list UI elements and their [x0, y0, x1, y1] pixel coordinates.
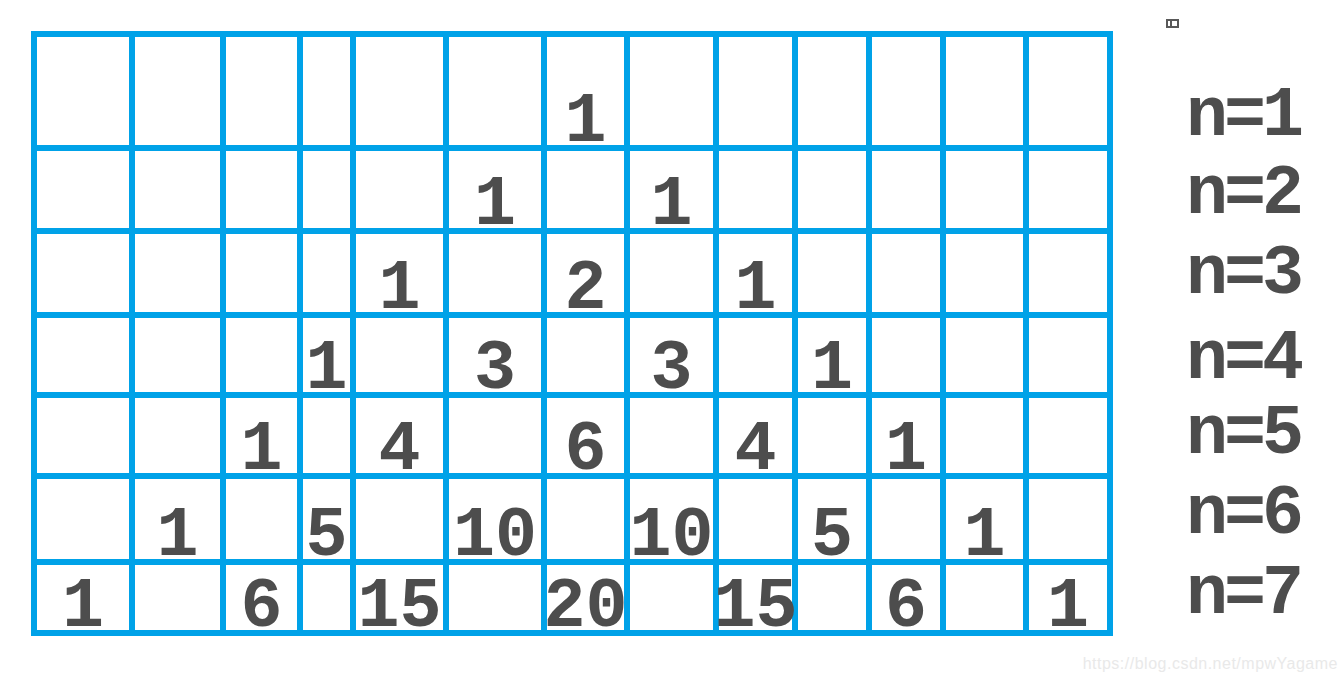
- grid-cell-r1c5: [356, 37, 443, 145]
- grid-cell-r7c10: [798, 565, 866, 630]
- grid-cell-r4c12: [946, 318, 1023, 392]
- cell-value: 3: [474, 341, 516, 398]
- grid-cell-r4c9: [719, 318, 792, 392]
- grid-cell-r3c7: 2: [547, 234, 624, 312]
- cell-value: 1: [564, 94, 606, 151]
- grid-cell-r5c8: [630, 398, 713, 473]
- grid-cell-r3c11: [872, 234, 940, 312]
- grid-cell-r2c13: [1029, 151, 1107, 228]
- grid-cell-r4c6: 3: [449, 318, 541, 392]
- grid-cell-r6c2: 1: [135, 479, 220, 559]
- grid-cell-r7c3: 6: [226, 565, 297, 630]
- cell-value: 10: [453, 508, 537, 565]
- cell-value: 4: [734, 422, 776, 479]
- grid-cell-r1c4: [303, 37, 350, 145]
- grid-cell-r4c11: [872, 318, 940, 392]
- row-labels: n=1n=2n=3n=4n=5n=6n=7: [1186, 0, 1343, 687]
- grid-cell-r1c11: [872, 37, 940, 145]
- cell-value: 1: [62, 579, 104, 636]
- grid-cell-r6c11: [872, 479, 940, 559]
- grid-cell-r5c12: [946, 398, 1023, 473]
- cell-value: 1: [885, 422, 927, 479]
- grid-cell-r7c1: 1: [37, 565, 129, 630]
- grid-cell-r3c3: [226, 234, 297, 312]
- grid-cell-r7c12: [946, 565, 1023, 630]
- row-label-n1: n=1: [1186, 89, 1300, 145]
- cell-value: 5: [811, 508, 853, 565]
- pascal-grid: 111121133114641151010511615201561: [31, 31, 1113, 636]
- grid-cell-r5c7: 6: [547, 398, 624, 473]
- row-label-n7: n=7: [1186, 567, 1300, 623]
- grid-cell-r4c2: [135, 318, 220, 392]
- grid-cell-r3c8: [630, 234, 713, 312]
- row-label-n6: n=6: [1186, 487, 1300, 543]
- cell-value: 1: [156, 508, 198, 565]
- cell-value: 10: [630, 508, 714, 565]
- cell-value: 6: [564, 422, 606, 479]
- grid-cell-r3c12: [946, 234, 1023, 312]
- cell-value: 1: [305, 341, 347, 398]
- window-icon: [1166, 19, 1179, 28]
- grid-cell-r1c9: [719, 37, 792, 145]
- row-label-n5: n=5: [1186, 407, 1300, 463]
- grid-cell-r1c13: [1029, 37, 1107, 145]
- grid-cell-r2c12: [946, 151, 1023, 228]
- grid-cell-r3c10: [798, 234, 866, 312]
- grid-cell-r5c11: 1: [872, 398, 940, 473]
- grid-cell-r5c13: [1029, 398, 1107, 473]
- grid-cell-r6c1: [37, 479, 129, 559]
- cell-value: 1: [650, 177, 692, 234]
- grid-cell-r2c4: [303, 151, 350, 228]
- grid-cell-r2c2: [135, 151, 220, 228]
- grid-cell-r3c9: 1: [719, 234, 792, 312]
- grid-cell-r3c5: 1: [356, 234, 443, 312]
- grid-cell-r7c9: 15: [719, 565, 792, 630]
- cell-value: 1: [240, 422, 282, 479]
- grid-cell-r2c5: [356, 151, 443, 228]
- cell-value: 1: [963, 508, 1005, 565]
- grid-cell-r5c4: [303, 398, 350, 473]
- grid-cell-r1c2: [135, 37, 220, 145]
- cell-value: 3: [650, 341, 692, 398]
- cell-value: 15: [357, 579, 441, 636]
- grid-cell-r7c5: 15: [356, 565, 443, 630]
- grid-cell-r7c8: [630, 565, 713, 630]
- grid-cell-r2c9: [719, 151, 792, 228]
- grid-cell-r3c4: [303, 234, 350, 312]
- grid-cell-r5c1: [37, 398, 129, 473]
- cell-value: 6: [240, 579, 282, 636]
- grid-cell-r1c10: [798, 37, 866, 145]
- grid-cell-r7c6: [449, 565, 541, 630]
- grid-cell-r4c10: 1: [798, 318, 866, 392]
- grid-cell-r2c6: 1: [449, 151, 541, 228]
- grid-cell-r5c6: [449, 398, 541, 473]
- grid-cell-r2c3: [226, 151, 297, 228]
- grid-cell-r1c6: [449, 37, 541, 145]
- cell-value: 15: [714, 579, 798, 636]
- cell-value: 5: [305, 508, 347, 565]
- grid-cell-r2c1: [37, 151, 129, 228]
- row-label-n3: n=3: [1186, 247, 1300, 303]
- grid-cell-r7c2: [135, 565, 220, 630]
- grid-cell-r2c7: [547, 151, 624, 228]
- grid-cell-r1c12: [946, 37, 1023, 145]
- grid-cell-r6c6: 10: [449, 479, 541, 559]
- grid-cell-r4c13: [1029, 318, 1107, 392]
- cell-value: 1: [474, 177, 516, 234]
- grid-cell-r1c8: [630, 37, 713, 145]
- grid-cell-r4c1: [37, 318, 129, 392]
- cell-value: 1: [378, 261, 420, 318]
- grid-cell-r6c10: 5: [798, 479, 866, 559]
- grid-cell-r6c8: 10: [630, 479, 713, 559]
- cell-value: 1: [1047, 579, 1089, 636]
- grid-cell-r5c3: 1: [226, 398, 297, 473]
- grid-cell-r4c5: [356, 318, 443, 392]
- grid-cell-r3c6: [449, 234, 541, 312]
- grid-cell-r6c5: [356, 479, 443, 559]
- grid-cell-r6c4: 5: [303, 479, 350, 559]
- grid-cell-r5c5: 4: [356, 398, 443, 473]
- grid-cell-r7c11: 6: [872, 565, 940, 630]
- cell-value: 1: [811, 341, 853, 398]
- grid-cell-r7c4: [303, 565, 350, 630]
- grid-cell-r3c2: [135, 234, 220, 312]
- cell-value: 4: [378, 422, 420, 479]
- grid-cell-r3c1: [37, 234, 129, 312]
- grid-cell-r7c7: 20: [547, 565, 624, 630]
- grid-cell-r1c3: [226, 37, 297, 145]
- cell-value: 20: [544, 579, 628, 636]
- row-label-n4: n=4: [1186, 332, 1300, 388]
- grid-cell-r6c13: [1029, 479, 1107, 559]
- grid-cell-r6c7: [547, 479, 624, 559]
- grid-cell-r4c8: 3: [630, 318, 713, 392]
- grid-cell-r6c12: 1: [946, 479, 1023, 559]
- cell-value: 2: [564, 261, 606, 318]
- grid-cell-r2c11: [872, 151, 940, 228]
- grid-cell-r3c13: [1029, 234, 1107, 312]
- grid-cell-r4c7: [547, 318, 624, 392]
- grid-cell-r4c3: [226, 318, 297, 392]
- row-label-n2: n=2: [1186, 167, 1300, 223]
- grid-cell-r2c10: [798, 151, 866, 228]
- grid-cell-r1c7: 1: [547, 37, 624, 145]
- cell-value: 1: [734, 261, 776, 318]
- grid-cell-r6c3: [226, 479, 297, 559]
- grid-cell-r6c9: [719, 479, 792, 559]
- watermark-text: https://blog.csdn.net/mpwYagame: [1083, 655, 1338, 673]
- grid-cell-r5c9: 4: [719, 398, 792, 473]
- grid-cell-r2c8: 1: [630, 151, 713, 228]
- grid-cell-r1c1: [37, 37, 129, 145]
- grid-cell-r7c13: 1: [1029, 565, 1107, 630]
- grid-cell-r5c10: [798, 398, 866, 473]
- grid-cell-r5c2: [135, 398, 220, 473]
- cell-value: 6: [885, 579, 927, 636]
- grid-cell-r4c4: 1: [303, 318, 350, 392]
